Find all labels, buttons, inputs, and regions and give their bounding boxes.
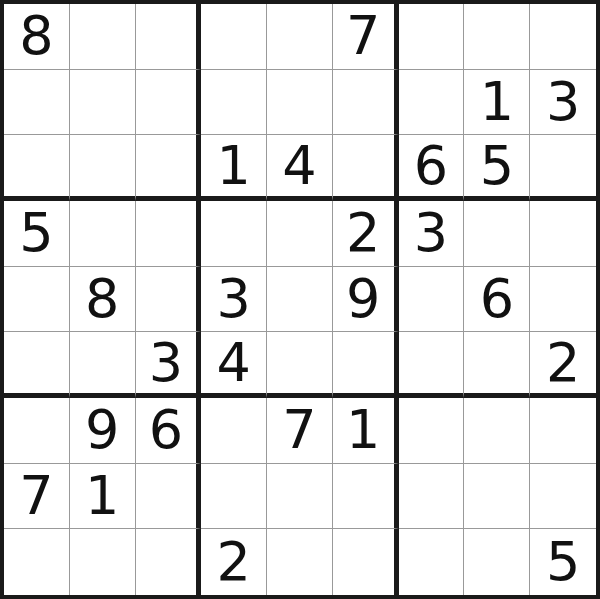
cell-r6c1[interactable] bbox=[4, 332, 70, 398]
cell-r2c5[interactable] bbox=[267, 70, 333, 136]
cell-r8c6[interactable] bbox=[333, 464, 399, 530]
cell-r1c2[interactable] bbox=[70, 4, 136, 70]
cell-r6c8[interactable] bbox=[464, 332, 530, 398]
cell-r7c4[interactable] bbox=[201, 398, 267, 464]
cell-r6c4-given[interactable]: 4 bbox=[201, 332, 267, 398]
cell-r1c3[interactable] bbox=[136, 4, 202, 70]
cell-r3c5-given[interactable]: 4 bbox=[267, 135, 333, 201]
cell-r5c6-given[interactable]: 9 bbox=[333, 267, 399, 333]
cell-r9c1[interactable] bbox=[4, 529, 70, 595]
cell-r6c6[interactable] bbox=[333, 332, 399, 398]
cell-r8c9[interactable] bbox=[530, 464, 596, 530]
cell-r2c2[interactable] bbox=[70, 70, 136, 136]
cell-r5c4-given[interactable]: 3 bbox=[201, 267, 267, 333]
cell-r5c9[interactable] bbox=[530, 267, 596, 333]
cell-r7c2-given[interactable]: 9 bbox=[70, 398, 136, 464]
cell-r7c9[interactable] bbox=[530, 398, 596, 464]
cell-r9c2[interactable] bbox=[70, 529, 136, 595]
cell-r4c2[interactable] bbox=[70, 201, 136, 267]
cell-r3c2[interactable] bbox=[70, 135, 136, 201]
cell-r5c8-given[interactable]: 6 bbox=[464, 267, 530, 333]
cell-r6c3-given[interactable]: 3 bbox=[136, 332, 202, 398]
cell-r8c4[interactable] bbox=[201, 464, 267, 530]
cell-r8c5[interactable] bbox=[267, 464, 333, 530]
cell-r5c7[interactable] bbox=[399, 267, 465, 333]
cell-r5c1[interactable] bbox=[4, 267, 70, 333]
cell-r9c4-given[interactable]: 2 bbox=[201, 529, 267, 595]
cell-r7c8[interactable] bbox=[464, 398, 530, 464]
cell-r1c1-given[interactable]: 8 bbox=[4, 4, 70, 70]
cell-r6c9-given[interactable]: 2 bbox=[530, 332, 596, 398]
cell-r7c7[interactable] bbox=[399, 398, 465, 464]
cell-r9c3[interactable] bbox=[136, 529, 202, 595]
cell-r3c3[interactable] bbox=[136, 135, 202, 201]
cell-r8c8[interactable] bbox=[464, 464, 530, 530]
cell-r8c1-given[interactable]: 7 bbox=[4, 464, 70, 530]
cell-r9c9-given[interactable]: 5 bbox=[530, 529, 596, 595]
cell-r4c8[interactable] bbox=[464, 201, 530, 267]
cell-r4c5[interactable] bbox=[267, 201, 333, 267]
cell-r2c6[interactable] bbox=[333, 70, 399, 136]
cell-r9c8[interactable] bbox=[464, 529, 530, 595]
cell-r4c7-given[interactable]: 3 bbox=[399, 201, 465, 267]
sudoku-board: 87131465523839634296717125 bbox=[0, 0, 600, 599]
cell-r2c7[interactable] bbox=[399, 70, 465, 136]
cell-r9c7[interactable] bbox=[399, 529, 465, 595]
cell-r3c9[interactable] bbox=[530, 135, 596, 201]
cell-r1c6-given[interactable]: 7 bbox=[333, 4, 399, 70]
cell-r8c2-given[interactable]: 1 bbox=[70, 464, 136, 530]
cell-r3c4-given[interactable]: 1 bbox=[201, 135, 267, 201]
cell-r2c9-given[interactable]: 3 bbox=[530, 70, 596, 136]
cell-r2c4[interactable] bbox=[201, 70, 267, 136]
cell-r2c3[interactable] bbox=[136, 70, 202, 136]
cell-r5c3[interactable] bbox=[136, 267, 202, 333]
cell-r3c6[interactable] bbox=[333, 135, 399, 201]
cell-r1c7[interactable] bbox=[399, 4, 465, 70]
cell-r8c7[interactable] bbox=[399, 464, 465, 530]
cell-r5c2-given[interactable]: 8 bbox=[70, 267, 136, 333]
cell-r4c6-given[interactable]: 2 bbox=[333, 201, 399, 267]
cell-r7c6-given[interactable]: 1 bbox=[333, 398, 399, 464]
cell-r9c6[interactable] bbox=[333, 529, 399, 595]
cell-r4c1-given[interactable]: 5 bbox=[4, 201, 70, 267]
cell-r4c3[interactable] bbox=[136, 201, 202, 267]
cell-r6c2[interactable] bbox=[70, 332, 136, 398]
cell-r7c3-given[interactable]: 6 bbox=[136, 398, 202, 464]
cell-r6c5[interactable] bbox=[267, 332, 333, 398]
cell-r8c3[interactable] bbox=[136, 464, 202, 530]
cell-r7c1[interactable] bbox=[4, 398, 70, 464]
cell-r3c7-given[interactable]: 6 bbox=[399, 135, 465, 201]
cell-r4c9[interactable] bbox=[530, 201, 596, 267]
cell-r9c5[interactable] bbox=[267, 529, 333, 595]
cell-r1c9[interactable] bbox=[530, 4, 596, 70]
cell-r2c8-given[interactable]: 1 bbox=[464, 70, 530, 136]
cell-r3c8-given[interactable]: 5 bbox=[464, 135, 530, 201]
cell-r3c1[interactable] bbox=[4, 135, 70, 201]
cell-r1c8[interactable] bbox=[464, 4, 530, 70]
cell-r5c5[interactable] bbox=[267, 267, 333, 333]
cell-r6c7[interactable] bbox=[399, 332, 465, 398]
cell-r7c5-given[interactable]: 7 bbox=[267, 398, 333, 464]
cell-r4c4[interactable] bbox=[201, 201, 267, 267]
cell-r1c5[interactable] bbox=[267, 4, 333, 70]
cell-r2c1[interactable] bbox=[4, 70, 70, 136]
cell-r1c4[interactable] bbox=[201, 4, 267, 70]
